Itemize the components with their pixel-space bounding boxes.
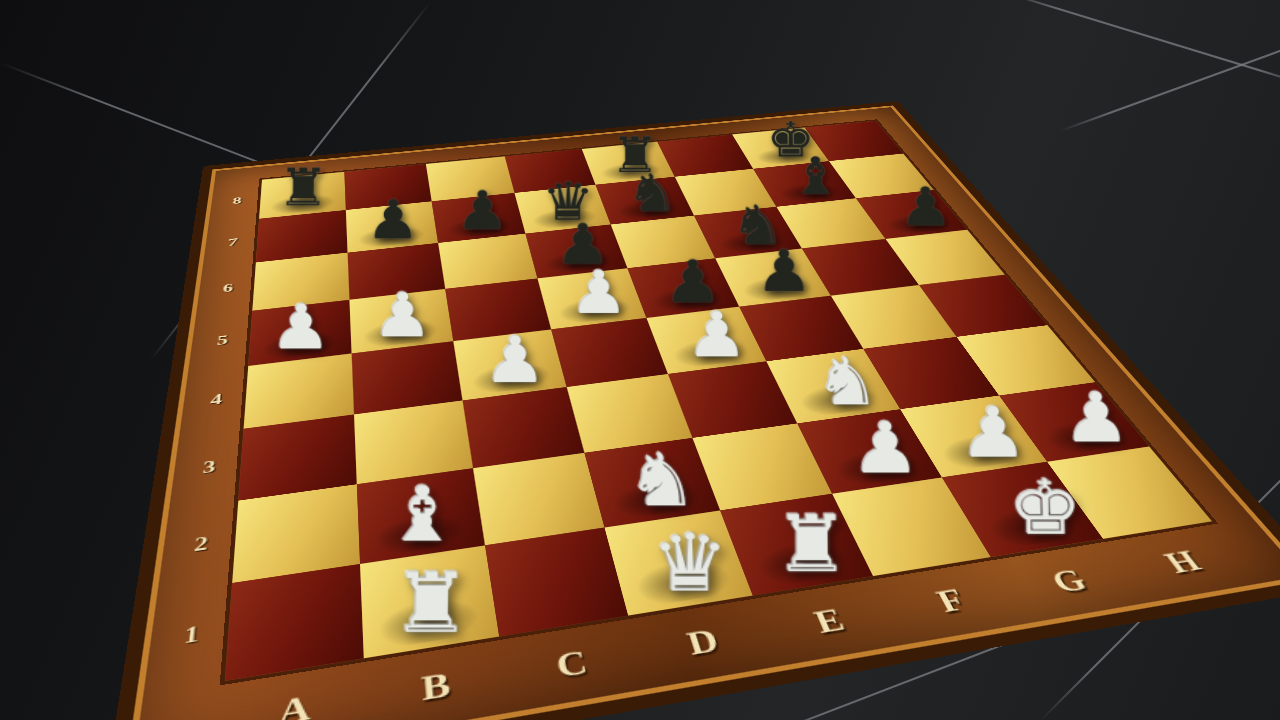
piece-white-knight-d2[interactable]: ♞ (626, 444, 698, 517)
square-b5[interactable]: ♟ (350, 289, 453, 353)
piece-white-pawn-g2[interactable]: ♟ (958, 398, 1028, 468)
piece-black-pawn-b7[interactable]: ♟ (366, 193, 420, 247)
piece-white-bishop-b2[interactable]: ♝ (385, 477, 460, 553)
square-c7[interactable]: ♟ (431, 193, 525, 243)
piece-white-rook-e1[interactable]: ♜ (774, 505, 851, 583)
rank-label-5: 5 (198, 312, 245, 372)
rank-label-8: 8 (217, 180, 256, 223)
piece-white-pawn-f2[interactable]: ♟ (851, 413, 922, 484)
piece-white-king-g1[interactable]: ♚ (1007, 470, 1083, 545)
piece-white-pawn-c4[interactable]: ♟ (482, 328, 546, 392)
square-c3[interactable] (462, 387, 584, 468)
piece-white-pawn-d5[interactable]: ♟ (569, 263, 628, 322)
rank-label-6: 6 (205, 263, 249, 316)
rank-label-3: 3 (181, 429, 236, 508)
square-c1[interactable] (484, 528, 627, 637)
piece-white-knight-f3[interactable]: ♞ (815, 348, 881, 414)
piece-white-pawn-a5[interactable]: ♟ (270, 296, 332, 358)
square-a1[interactable] (225, 564, 364, 681)
square-a2[interactable] (232, 484, 360, 584)
piece-black-bishop-g7[interactable]: ♝ (790, 151, 841, 202)
rank-label-4: 4 (190, 367, 241, 436)
rank-label-7: 7 (212, 219, 253, 267)
board-3d-wrapper: 87654321 ABCDEFGH ♜♜♚♟♟♛♞♝♟♞♟♟♟♟♟♟♟♟♞♝♞♟… (103, 101, 1280, 720)
piece-white-pawn-e4[interactable]: ♟ (686, 304, 748, 366)
square-c4[interactable]: ♟ (453, 329, 567, 400)
piece-white-rook-b1[interactable]: ♜ (391, 562, 472, 645)
piece-black-pawn-c7[interactable]: ♟ (455, 184, 508, 237)
piece-black-rook-a8[interactable]: ♜ (277, 162, 329, 214)
floor-tile-seam-3 (1000, 0, 1280, 88)
piece-black-pawn-h6[interactable]: ♟ (899, 180, 953, 233)
square-b4[interactable] (352, 341, 462, 414)
file-label-C: C (500, 625, 646, 707)
board-frame: 87654321 ABCDEFGH ♜♜♚♟♟♛♞♝♟♞♟♟♟♟♟♟♟♟♞♝♞♟… (103, 101, 1280, 720)
file-label-D: D (630, 604, 778, 683)
piece-black-pawn-f5[interactable]: ♟ (756, 242, 814, 300)
square-a3[interactable] (238, 414, 357, 500)
piece-white-pawn-h2[interactable]: ♟ (1062, 384, 1131, 453)
file-label-B: B (365, 646, 510, 720)
piece-white-pawn-b5[interactable]: ♟ (372, 285, 433, 346)
rank-label-1: 1 (157, 585, 223, 692)
floor: 87654321 ABCDEFGH ♜♜♚♟♟♛♞♝♟♞♟♟♟♟♟♟♟♟♞♝♞♟… (0, 0, 1280, 720)
square-f1[interactable] (833, 478, 990, 576)
piece-black-knight-e7[interactable]: ♞ (626, 167, 678, 219)
piece-white-queen-d1[interactable]: ♛ (651, 524, 729, 604)
square-h6[interactable]: ♟ (856, 190, 968, 239)
square-b2[interactable]: ♝ (357, 468, 484, 564)
rank-label-2: 2 (170, 501, 230, 592)
square-e3[interactable] (668, 361, 797, 437)
square-b1[interactable]: ♜ (360, 546, 498, 659)
